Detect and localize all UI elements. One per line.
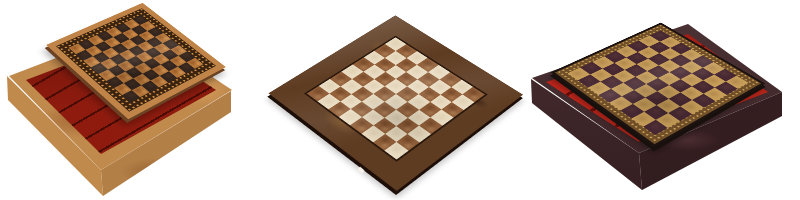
product-photo-briar-wood-chessboard[interactable]: [260, 0, 530, 200]
product-gallery: [0, 0, 800, 200]
edge-glint: [357, 167, 364, 174]
chessboard: [269, 15, 524, 191]
product-photo-leather-map-chessboard-box[interactable]: [0, 0, 260, 200]
board-grid: [307, 37, 485, 159]
frame-inner-line: [304, 36, 488, 162]
product-photo-burgundy-leather-chessboard-box[interactable]: [520, 0, 800, 200]
